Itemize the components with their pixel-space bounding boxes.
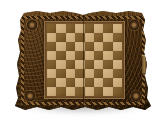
square-a3[interactable] bbox=[47, 69, 56, 78]
square-e1[interactable] bbox=[85, 87, 94, 96]
brass-clasp-icon bbox=[142, 55, 147, 73]
square-c6[interactable] bbox=[66, 42, 75, 51]
square-h8[interactable] bbox=[113, 24, 122, 33]
square-g6[interactable] bbox=[103, 42, 112, 51]
square-g1[interactable] bbox=[103, 87, 112, 96]
square-e3[interactable] bbox=[85, 69, 94, 78]
square-c7[interactable] bbox=[66, 33, 75, 42]
square-c2[interactable] bbox=[66, 78, 75, 87]
square-g5[interactable] bbox=[103, 51, 112, 60]
square-b1[interactable] bbox=[56, 87, 65, 96]
square-g8[interactable] bbox=[103, 24, 112, 33]
square-e4[interactable] bbox=[85, 60, 94, 69]
corner-rosette bbox=[25, 91, 35, 101]
square-f3[interactable] bbox=[94, 69, 103, 78]
square-h3[interactable] bbox=[113, 69, 122, 78]
square-h4[interactable] bbox=[113, 60, 122, 69]
chess-board bbox=[47, 24, 122, 96]
square-a5[interactable] bbox=[47, 51, 56, 60]
square-e7[interactable] bbox=[85, 33, 94, 42]
square-e5[interactable] bbox=[85, 51, 94, 60]
square-g4[interactable] bbox=[103, 60, 112, 69]
corner-rosette bbox=[27, 20, 37, 30]
square-g3[interactable] bbox=[103, 69, 112, 78]
chess-box bbox=[15, 10, 151, 111]
square-f8[interactable] bbox=[94, 24, 103, 33]
square-a2[interactable] bbox=[47, 78, 56, 87]
square-b8[interactable] bbox=[56, 24, 65, 33]
fold-seam bbox=[83, 11, 84, 110]
square-e2[interactable] bbox=[85, 78, 94, 87]
square-b6[interactable] bbox=[56, 42, 65, 51]
square-g7[interactable] bbox=[103, 33, 112, 42]
square-g2[interactable] bbox=[103, 78, 112, 87]
square-f1[interactable] bbox=[94, 87, 103, 96]
square-h5[interactable] bbox=[113, 51, 122, 60]
square-h1[interactable] bbox=[113, 87, 122, 96]
square-b3[interactable] bbox=[56, 69, 65, 78]
square-h2[interactable] bbox=[113, 78, 122, 87]
square-b7[interactable] bbox=[56, 33, 65, 42]
square-h7[interactable] bbox=[113, 33, 122, 42]
square-a7[interactable] bbox=[47, 33, 56, 42]
square-c3[interactable] bbox=[66, 69, 75, 78]
square-b4[interactable] bbox=[56, 60, 65, 69]
square-c5[interactable] bbox=[66, 51, 75, 60]
square-a6[interactable] bbox=[47, 42, 56, 51]
square-a4[interactable] bbox=[47, 60, 56, 69]
square-a1[interactable] bbox=[47, 87, 56, 96]
square-f4[interactable] bbox=[94, 60, 103, 69]
square-b2[interactable] bbox=[56, 78, 65, 87]
square-h6[interactable] bbox=[113, 42, 122, 51]
square-f5[interactable] bbox=[94, 51, 103, 60]
square-f2[interactable] bbox=[94, 78, 103, 87]
square-a8[interactable] bbox=[47, 24, 56, 33]
square-b5[interactable] bbox=[56, 51, 65, 60]
board-border bbox=[44, 21, 125, 99]
square-e8[interactable] bbox=[85, 24, 94, 33]
square-c8[interactable] bbox=[66, 24, 75, 33]
square-e6[interactable] bbox=[85, 42, 94, 51]
stage bbox=[0, 0, 166, 120]
square-c1[interactable] bbox=[66, 87, 75, 96]
corner-rosette bbox=[131, 91, 141, 101]
brass-pin-icon bbox=[14, 56, 18, 62]
corner-rosette bbox=[129, 20, 139, 30]
square-c4[interactable] bbox=[66, 60, 75, 69]
square-f6[interactable] bbox=[94, 42, 103, 51]
square-f7[interactable] bbox=[94, 33, 103, 42]
